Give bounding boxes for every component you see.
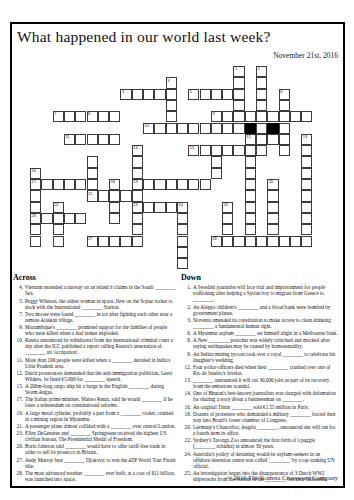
grid-cell[interactable] <box>301 168 312 179</box>
clue-number-5: 5 <box>190 90 192 94</box>
grid-cell[interactable]: 26 <box>30 213 41 224</box>
clue-text: Two moose were found ________ in ice aft… <box>25 311 176 323</box>
grid-cell[interactable] <box>177 213 188 224</box>
grid-cell[interactable] <box>245 224 256 235</box>
across-clue-21: 21.A passenger plane almost collided wit… <box>13 423 176 429</box>
grid-cell[interactable] <box>132 213 143 224</box>
grid-cell[interactable] <box>245 168 256 179</box>
grid-cell[interactable] <box>290 236 301 247</box>
grid-cell[interactable] <box>279 134 290 145</box>
across-clue-11: 11.More than 100 people were killed when… <box>13 357 176 369</box>
across-clue-list: 4.Vietnam extended a runway on an island… <box>13 284 176 482</box>
grid-cell[interactable] <box>143 202 154 213</box>
grid-cell[interactable] <box>177 258 188 269</box>
grid-cell[interactable] <box>98 134 109 145</box>
clue-number-27: 27 <box>88 237 92 241</box>
clue-text: Australia's policy of detaining would-be… <box>193 451 338 469</box>
clue-num-label: 21. <box>13 423 25 429</box>
grid-cell[interactable] <box>267 134 278 145</box>
clue-text: A 200m-long cargo ship hit a barge in th… <box>25 383 176 395</box>
grid-cell[interactable] <box>177 179 188 190</box>
grid-cell[interactable]: 7 <box>53 111 64 122</box>
grid-cell[interactable] <box>154 89 165 100</box>
grid-cell[interactable]: 16 <box>30 168 41 179</box>
grid-cell[interactable] <box>188 179 199 190</box>
clue-text: The Italian prime minister, Matteo Renzi… <box>25 396 176 408</box>
across-clue-26: 26.Boris Johnson said ________ would hav… <box>13 443 176 455</box>
down-clue-18: 18.Dozens of protesters who demanded a m… <box>181 411 338 423</box>
clue-num-label: 1. <box>181 284 193 302</box>
across-clue-12: 12.Dutch prosecutors demanded that the a… <box>13 370 176 382</box>
clue-num-label: 24. <box>181 451 193 469</box>
grid-cell[interactable] <box>109 236 120 247</box>
clue-number-8: 8 <box>88 112 90 116</box>
grid-cell[interactable] <box>267 190 278 201</box>
clue-text: Sydney's Taronga Zoo announced the first… <box>193 437 338 449</box>
down-clue-16: 16.An original Tintin ________ sold €1.5… <box>181 404 338 410</box>
clue-text: ________ announced it will cut 30,000 jo… <box>193 377 338 389</box>
grid-cell[interactable] <box>98 190 109 201</box>
across-clue-23: 23.Ellen DeGeneres and ________ Springst… <box>13 430 176 442</box>
grid-cell[interactable] <box>301 145 312 156</box>
grid-cell[interactable] <box>30 224 41 235</box>
down-clue-12: 12.Four police officers died when their … <box>181 364 338 376</box>
clue-num-label: 2. <box>181 304 193 316</box>
grid-cell[interactable]: 28 <box>211 236 222 247</box>
grid-cell[interactable] <box>87 134 98 145</box>
grid-cell[interactable] <box>109 111 120 122</box>
grid-cell[interactable] <box>64 179 75 190</box>
grid-cell[interactable]: 8 <box>87 111 98 122</box>
grid-cell[interactable] <box>222 111 233 122</box>
grid-cell[interactable] <box>120 190 131 201</box>
grid-cell[interactable] <box>30 190 41 201</box>
grid-cell[interactable]: 9 <box>211 111 222 122</box>
clue-number-9: 9 <box>212 112 214 116</box>
grid-cell[interactable]: 2 <box>256 66 267 77</box>
grid-cell[interactable] <box>53 179 64 190</box>
clue-number-17: 17 <box>32 180 36 184</box>
grid-cell[interactable]: 11 <box>64 134 75 145</box>
grid-cell[interactable] <box>154 123 165 134</box>
clue-num-label: 11. <box>13 357 25 369</box>
clue-text: Germany's Chancellor, Angela ________, a… <box>193 424 338 436</box>
grid-cell[interactable] <box>211 145 222 156</box>
grid-cell[interactable] <box>75 134 86 145</box>
grid-cell[interactable] <box>177 236 188 247</box>
grid-cell[interactable] <box>279 145 290 156</box>
grid-cell[interactable] <box>245 145 256 156</box>
grid-cell[interactable] <box>256 123 267 134</box>
grid-cell[interactable] <box>211 156 222 167</box>
grid-cell[interactable] <box>233 145 244 156</box>
grid-cell[interactable]: 10 <box>143 123 154 134</box>
grid-cell[interactable] <box>211 168 222 179</box>
grid-cell[interactable]: 22 <box>53 202 64 213</box>
clue-num-label: 23. <box>13 430 25 442</box>
down-clue-22: 22.Sydney's Taronga Zoo announced the fi… <box>181 437 338 449</box>
clue-num-label: 6. <box>181 330 193 336</box>
across-clue-5: 5.Peggy Whitson, the oldest woman in spa… <box>13 298 176 310</box>
clue-number-11: 11 <box>65 135 69 139</box>
across-clue-9: 9.Mozambique's ________ promised support… <box>13 324 176 336</box>
grid-cell[interactable] <box>301 179 312 190</box>
grid-cell[interactable]: 20 <box>267 179 278 190</box>
across-clue-15: 15.A 200m-long cargo ship hit a barge in… <box>13 383 176 395</box>
clue-num-label: 27. <box>13 457 25 469</box>
grid-cell[interactable] <box>41 179 52 190</box>
grid-cell[interactable] <box>143 89 154 100</box>
grid-cell[interactable] <box>41 213 52 224</box>
grid-cell[interactable] <box>87 156 98 167</box>
grid-cell[interactable]: 25 <box>222 202 233 213</box>
grid-cell[interactable] <box>256 111 267 122</box>
grid-cell[interactable] <box>30 202 41 213</box>
grid-cell[interactable] <box>64 111 75 122</box>
clue-number-15: 15 <box>190 146 194 150</box>
clue-number-19: 19 <box>133 180 137 184</box>
black-cell <box>245 123 256 134</box>
clue-num-label: 3. <box>181 317 193 329</box>
grid-cell[interactable]: 21 <box>87 190 98 201</box>
grid-cell[interactable] <box>87 168 98 179</box>
clue-text: Mozambique's ________ promised support f… <box>25 324 176 336</box>
grid-cell[interactable] <box>166 89 177 100</box>
grid-cell[interactable] <box>279 236 290 247</box>
clue-num-label: 22. <box>181 437 193 449</box>
clue-text: A large metal cylinder, probably a part … <box>25 410 176 422</box>
grid-cell[interactable]: 27 <box>87 236 98 247</box>
grid-cell[interactable] <box>279 123 290 134</box>
clue-num-label: 9. <box>181 351 193 363</box>
down-clue-1: 1.A Swedish journalist will face trial a… <box>181 284 338 302</box>
clue-text: Boris Johnson said ________ would have t… <box>25 443 176 455</box>
clue-number-20: 20 <box>269 180 273 184</box>
grid-cell[interactable] <box>211 89 222 100</box>
clue-text: Dozens of protesters who demanded a mili… <box>193 411 338 423</box>
grid-cell[interactable] <box>30 236 41 247</box>
grid-cell[interactable] <box>166 100 177 111</box>
grid-cell[interactable] <box>132 236 143 247</box>
clue-number-26: 26 <box>32 214 36 218</box>
crossword-grid: 1234567891011121314151617181920212223242… <box>30 66 314 270</box>
grid-cell[interactable] <box>290 111 301 122</box>
grid-cell[interactable] <box>233 236 244 247</box>
clue-text: One of Bhutan's best-known journalists w… <box>193 390 338 402</box>
grid-cell[interactable] <box>177 247 188 258</box>
grid-cell[interactable] <box>222 145 233 156</box>
grid-cell[interactable]: 18 <box>109 179 120 190</box>
clue-text: A New ________ preacher was widely criti… <box>193 337 338 349</box>
clue-num-label: 19. <box>13 410 25 422</box>
grid-cell[interactable]: 3 <box>166 77 177 88</box>
grid-cell[interactable] <box>166 123 177 134</box>
grid-cell[interactable] <box>211 123 222 134</box>
grid-cell[interactable] <box>200 123 211 134</box>
across-clue-4: 4.Vietnam extended a runway on an island… <box>13 284 176 296</box>
clue-number-7: 7 <box>54 112 56 116</box>
clue-number-23: 23 <box>133 203 137 207</box>
grid-cell[interactable] <box>301 111 312 122</box>
grid-cell[interactable] <box>267 213 278 224</box>
grid-cell[interactable] <box>109 202 120 213</box>
grid-cell[interactable] <box>245 236 256 247</box>
clue-number-16: 16 <box>32 169 36 173</box>
clue-num-label: 14. <box>181 390 193 402</box>
grid-cell[interactable] <box>245 202 256 213</box>
clue-text: Four police officers died when their ___… <box>193 364 338 376</box>
across-clue-19: 19.A large metal cylinder, probably a pa… <box>13 410 176 422</box>
grid-cell[interactable] <box>143 179 154 190</box>
grid-cell[interactable] <box>267 202 278 213</box>
grid-cell[interactable] <box>75 179 86 190</box>
clue-number-14: 14 <box>133 146 137 150</box>
clue-num-label: 5. <box>13 298 25 310</box>
grid-cell[interactable] <box>245 179 256 190</box>
clue-text: Peggy Whitson, the oldest woman in space… <box>25 298 176 310</box>
clue-text: An original Tintin ________ sold €1.55 m… <box>193 404 338 410</box>
clue-number-28: 28 <box>212 237 216 241</box>
grid-cell[interactable] <box>98 111 109 122</box>
clue-text: A Myanmar asylum ________ set himself al… <box>193 330 338 336</box>
clue-num-label: 8. <box>181 337 193 349</box>
across-heading: Across <box>13 273 176 282</box>
clue-num-label: 28. <box>13 470 25 482</box>
clue-num-label: 20. <box>181 424 193 436</box>
down-clue-2: 2.An Aleppo children's ________ and a bl… <box>181 304 338 316</box>
grid-cell[interactable] <box>222 213 233 224</box>
down-clue-14: 14.One of Bhutan's best-known journalist… <box>181 390 338 402</box>
clue-num-label: 18. <box>181 411 193 423</box>
grid-cell[interactable]: 4 <box>120 89 131 100</box>
clue-number-24: 24 <box>178 203 182 207</box>
across-clue-17: 17.The Italian prime minister, Matteo Re… <box>13 396 176 408</box>
clue-number-13: 13 <box>303 135 307 139</box>
clue-number-22: 22 <box>54 203 58 207</box>
grid-cell[interactable] <box>301 156 312 167</box>
grid-cell[interactable] <box>166 111 177 122</box>
clue-num-label: 26. <box>13 443 25 455</box>
clue-num-label: 7. <box>13 311 25 323</box>
grid-cell[interactable]: 12 <box>245 134 256 145</box>
grid-cell[interactable] <box>132 156 143 167</box>
grid-cell[interactable] <box>279 111 290 122</box>
grid-cell[interactable] <box>154 179 165 190</box>
grid-cell[interactable] <box>222 123 233 134</box>
grid-cell[interactable]: 14 <box>132 145 143 156</box>
across-clue-10: 10.Russia announced its withdrawal from … <box>13 337 176 355</box>
grid-cell[interactable] <box>245 190 256 201</box>
grid-cell[interactable] <box>233 77 244 88</box>
grid-cell[interactable] <box>245 156 256 167</box>
across-clue-27: 27.Andy Murray beat ________ Djokovic to… <box>13 457 176 469</box>
grid-cell[interactable] <box>98 236 109 247</box>
grid-cell[interactable] <box>200 89 211 100</box>
grid-cell[interactable] <box>87 179 98 190</box>
grid-cell[interactable] <box>75 111 86 122</box>
down-clue-6: 6.A Myanmar asylum ________ set himself … <box>181 330 338 336</box>
grid-cell[interactable] <box>53 224 64 235</box>
grid-cell[interactable] <box>177 123 188 134</box>
clue-number-21: 21 <box>88 192 92 196</box>
clue-number-10: 10 <box>145 124 149 128</box>
clue-text: Andy Murray beat ________ Djokovic to wi… <box>25 457 176 469</box>
grid-cell[interactable] <box>267 236 278 247</box>
clue-text: Russia announced its withdrawal from the… <box>25 337 176 355</box>
grid-cell[interactable] <box>267 111 278 122</box>
clue-num-label: 15. <box>13 383 25 395</box>
grid-cell[interactable] <box>53 236 64 247</box>
grid-cell[interactable] <box>188 123 199 134</box>
grid-cell[interactable] <box>109 190 120 201</box>
down-clue-13: 13.________ announced it will cut 30,000… <box>181 377 338 389</box>
grid-cell[interactable] <box>200 179 211 190</box>
clue-num-label: 16. <box>181 404 193 410</box>
clue-text: Dutch prosecutors demanded that the anti… <box>25 370 176 382</box>
clue-num-label: 17. <box>13 396 25 408</box>
down-clue-20: 20.Germany's Chancellor, Angela ________… <box>181 424 338 436</box>
grid-cell[interactable]: 23 <box>132 202 143 213</box>
down-clues-section: Down 1.A Swedish journalist will face tr… <box>181 273 338 483</box>
grid-cell[interactable] <box>75 213 86 224</box>
grid-cell[interactable] <box>301 190 312 201</box>
grid-cell[interactable] <box>256 145 267 156</box>
black-cell <box>267 123 278 134</box>
grid-cell[interactable]: 13 <box>301 134 312 145</box>
clue-text: More than 100 people were killed when a … <box>25 357 176 369</box>
grid-cell[interactable]: 17 <box>30 179 41 190</box>
clue-number-18: 18 <box>111 180 115 184</box>
grid-cell[interactable] <box>301 236 312 247</box>
clue-num-label: 13. <box>181 377 193 389</box>
grid-cell[interactable] <box>256 100 267 111</box>
clue-num-label: 25. <box>181 470 193 482</box>
puzzle-date: November 21st, 2016 <box>273 51 338 60</box>
grid-cell[interactable] <box>256 134 267 145</box>
clue-number-4: 4 <box>122 90 124 94</box>
grid-cell[interactable] <box>233 123 244 134</box>
grid-cell[interactable] <box>132 168 143 179</box>
clue-number-6: 6 <box>280 90 282 94</box>
clue-number-12: 12 <box>246 135 250 139</box>
clue-number-3: 3 <box>167 79 169 83</box>
down-clue-9: 9.An Indian mining tycoon took over a ro… <box>181 351 338 363</box>
down-clue-list: 1.A Swedish journalist will face trial a… <box>181 284 338 482</box>
grid-cell[interactable] <box>64 213 75 224</box>
down-clue-24: 24.Australia's policy of detaining would… <box>181 451 338 469</box>
grid-cell[interactable]: 1 <box>233 66 244 77</box>
grid-cell[interactable] <box>166 179 177 190</box>
clue-text: Ellen DeGeneres and ________ Springsteen… <box>25 430 176 442</box>
grid-cell[interactable] <box>233 100 244 111</box>
grid-cell[interactable] <box>256 89 267 100</box>
grid-cell[interactable] <box>200 145 211 156</box>
grid-cell[interactable] <box>53 213 64 224</box>
grid-cell[interactable] <box>177 224 188 235</box>
grid-cell[interactable]: 15 <box>188 145 199 156</box>
grid-cell[interactable] <box>279 100 290 111</box>
page-title: What happened in our world last week? <box>17 28 271 46</box>
clue-number-1: 1 <box>235 67 237 71</box>
clue-text: The most advanced weather ________ ever … <box>25 470 176 482</box>
clue-text: An Indian mining tycoon took over a roya… <box>193 351 338 363</box>
clue-number-25: 25 <box>224 203 228 207</box>
grid-cell[interactable] <box>132 89 143 100</box>
clue-text: Slovenia amended its constitution to mak… <box>193 317 338 329</box>
grid-cell[interactable] <box>109 213 120 224</box>
grid-cell[interactable] <box>233 111 244 122</box>
grid-cell[interactable] <box>154 202 165 213</box>
grid-cell[interactable] <box>301 213 312 224</box>
clue-num-label: 10. <box>13 337 25 355</box>
grid-cell[interactable]: 6 <box>279 89 290 100</box>
grid-cell[interactable] <box>120 236 131 247</box>
down-clue-8: 8.A New ________ preacher was widely cri… <box>181 337 338 349</box>
grid-cell[interactable] <box>256 236 267 247</box>
grid-cell[interactable] <box>245 213 256 224</box>
clue-num-label: 4. <box>13 284 25 296</box>
grid-cell[interactable] <box>222 89 233 100</box>
across-clue-28: 28.The most advanced weather ________ ev… <box>13 470 176 482</box>
grid-cell[interactable] <box>166 202 177 213</box>
down-heading: Down <box>181 273 338 282</box>
clue-num-label: 9. <box>13 324 25 336</box>
clue-text: A passenger plane almost collided with a… <box>25 423 176 429</box>
grid-cell[interactable]: 24 <box>177 202 188 213</box>
grid-cell[interactable] <box>245 111 256 122</box>
clue-text: Vietnam extended a runway on an island i… <box>25 284 176 296</box>
clue-text: A Swedish journalist will face trial and… <box>193 284 338 302</box>
grid-cell[interactable] <box>222 236 233 247</box>
down-clue-3: 3.Slovenia amended its constitution to m… <box>181 317 338 329</box>
grid-cell[interactable] <box>267 224 278 235</box>
grid-cell[interactable] <box>109 134 120 145</box>
clue-number-2: 2 <box>258 67 260 71</box>
clue-num-label: 12. <box>181 364 193 376</box>
grid-cell[interactable] <box>132 224 143 235</box>
grid-cell[interactable]: 19 <box>132 179 143 190</box>
clue-text: An Aleppo children's ________ and a bloo… <box>193 304 338 316</box>
across-clue-7: 7.Two moose were found ________ in ice a… <box>13 311 176 323</box>
grid-cell[interactable] <box>222 224 233 235</box>
clue-num-label: 12. <box>13 370 25 382</box>
grid-cell[interactable] <box>233 89 244 100</box>
grid-cell[interactable]: 5 <box>188 89 199 100</box>
grid-cell[interactable] <box>301 202 312 213</box>
grid-cell[interactable] <box>132 190 143 201</box>
grid-cell[interactable] <box>256 77 267 88</box>
across-clues-section: Across 4.Vietnam extended a runway on an… <box>13 273 176 483</box>
grid-cell[interactable] <box>301 224 312 235</box>
copyright-footer: © 2016 The Komsta Crossword Company <box>227 474 338 481</box>
